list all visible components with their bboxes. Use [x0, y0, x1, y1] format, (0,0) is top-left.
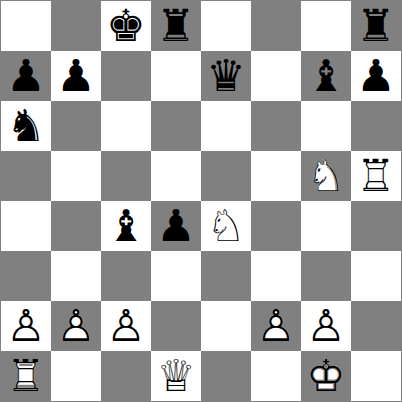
piece-white-pawn[interactable]: ♟♙ — [51, 301, 101, 351]
piece-outline: ♙ — [101, 301, 151, 351]
square-b6[interactable] — [51, 101, 101, 151]
piece-black-pawn[interactable]: ♟ — [351, 51, 401, 101]
piece-white-rook[interactable]: ♜♖ — [1, 351, 51, 401]
square-g5[interactable]: ♞♘ — [301, 151, 351, 201]
square-c5[interactable] — [101, 151, 151, 201]
piece-fill: ♞ — [1, 101, 51, 151]
square-c1[interactable] — [101, 351, 151, 401]
square-f2[interactable]: ♟♙ — [251, 301, 301, 351]
piece-white-knight[interactable]: ♞♘ — [301, 151, 351, 201]
piece-fill: ♟ — [351, 51, 401, 101]
piece-outline: ♘ — [301, 151, 351, 201]
chess-board: ♚♜♜♟♟♛♝♟♞♞♘♜♖♝♟♞♘♟♙♟♙♟♙♟♙♟♙♜♖♛♕♚♔ — [0, 0, 402, 402]
piece-black-pawn[interactable]: ♟ — [51, 51, 101, 101]
square-f8[interactable] — [251, 1, 301, 51]
square-g4[interactable] — [301, 201, 351, 251]
square-h6[interactable] — [351, 101, 401, 151]
piece-outline: ♙ — [51, 301, 101, 351]
piece-fill: ♛ — [201, 51, 251, 101]
square-f4[interactable] — [251, 201, 301, 251]
square-a7[interactable]: ♟ — [1, 51, 51, 101]
square-c4[interactable]: ♝ — [101, 201, 151, 251]
piece-black-bishop[interactable]: ♝ — [101, 201, 151, 251]
square-h2[interactable] — [351, 301, 401, 351]
square-d5[interactable] — [151, 151, 201, 201]
square-b7[interactable]: ♟ — [51, 51, 101, 101]
piece-outline: ♙ — [301, 301, 351, 351]
square-g8[interactable] — [301, 1, 351, 51]
piece-black-king[interactable]: ♚ — [101, 1, 151, 51]
square-b2[interactable]: ♟♙ — [51, 301, 101, 351]
square-e3[interactable] — [201, 251, 251, 301]
square-e7[interactable]: ♛ — [201, 51, 251, 101]
square-h1[interactable] — [351, 351, 401, 401]
square-c2[interactable]: ♟♙ — [101, 301, 151, 351]
piece-black-pawn[interactable]: ♟ — [151, 201, 201, 251]
square-g6[interactable] — [301, 101, 351, 151]
piece-white-pawn[interactable]: ♟♙ — [301, 301, 351, 351]
piece-outline: ♖ — [351, 151, 401, 201]
square-a3[interactable] — [1, 251, 51, 301]
square-a4[interactable] — [1, 201, 51, 251]
square-b3[interactable] — [51, 251, 101, 301]
square-d7[interactable] — [151, 51, 201, 101]
piece-white-rook[interactable]: ♜♖ — [351, 151, 401, 201]
square-a2[interactable]: ♟♙ — [1, 301, 51, 351]
piece-fill: ♜ — [151, 1, 201, 51]
piece-fill: ♜ — [351, 1, 401, 51]
piece-outline: ♕ — [151, 351, 201, 401]
piece-fill: ♚ — [101, 1, 151, 51]
piece-outline: ♘ — [201, 201, 251, 251]
square-c6[interactable] — [101, 101, 151, 151]
square-g1[interactable]: ♚♔ — [301, 351, 351, 401]
piece-fill: ♟ — [51, 51, 101, 101]
square-a1[interactable]: ♜♖ — [1, 351, 51, 401]
square-d4[interactable]: ♟ — [151, 201, 201, 251]
square-g2[interactable]: ♟♙ — [301, 301, 351, 351]
piece-white-pawn[interactable]: ♟♙ — [1, 301, 51, 351]
piece-fill: ♟ — [1, 51, 51, 101]
square-c3[interactable] — [101, 251, 151, 301]
square-h5[interactable]: ♜♖ — [351, 151, 401, 201]
piece-outline: ♙ — [251, 301, 301, 351]
piece-black-bishop[interactable]: ♝ — [301, 51, 351, 101]
piece-fill: ♝ — [301, 51, 351, 101]
square-b1[interactable] — [51, 351, 101, 401]
square-d2[interactable] — [151, 301, 201, 351]
piece-fill: ♝ — [101, 201, 151, 251]
piece-outline: ♙ — [1, 301, 51, 351]
square-h3[interactable] — [351, 251, 401, 301]
square-e4[interactable]: ♞♘ — [201, 201, 251, 251]
square-f3[interactable] — [251, 251, 301, 301]
square-e2[interactable] — [201, 301, 251, 351]
piece-black-queen[interactable]: ♛ — [201, 51, 251, 101]
square-a6[interactable]: ♞ — [1, 101, 51, 151]
square-h4[interactable] — [351, 201, 401, 251]
piece-black-rook[interactable]: ♜ — [351, 1, 401, 51]
square-b5[interactable] — [51, 151, 101, 201]
piece-outline: ♖ — [1, 351, 51, 401]
square-c8[interactable]: ♚ — [101, 1, 151, 51]
square-a8[interactable] — [1, 1, 51, 51]
square-d1[interactable]: ♛♕ — [151, 351, 201, 401]
piece-white-pawn[interactable]: ♟♙ — [251, 301, 301, 351]
square-c7[interactable] — [101, 51, 151, 101]
square-e8[interactable] — [201, 1, 251, 51]
square-a5[interactable] — [1, 151, 51, 201]
square-f7[interactable] — [251, 51, 301, 101]
square-f5[interactable] — [251, 151, 301, 201]
square-f1[interactable] — [251, 351, 301, 401]
square-f6[interactable] — [251, 101, 301, 151]
piece-white-king[interactable]: ♚♔ — [301, 351, 351, 401]
square-g7[interactable]: ♝ — [301, 51, 351, 101]
square-d6[interactable] — [151, 101, 201, 151]
square-e5[interactable] — [201, 151, 251, 201]
square-d3[interactable] — [151, 251, 201, 301]
square-h7[interactable]: ♟ — [351, 51, 401, 101]
piece-fill: ♟ — [151, 201, 201, 251]
square-e1[interactable] — [201, 351, 251, 401]
piece-white-queen[interactable]: ♛♕ — [151, 351, 201, 401]
square-d8[interactable]: ♜ — [151, 1, 201, 51]
piece-white-knight[interactable]: ♞♘ — [201, 201, 251, 251]
piece-black-knight[interactable]: ♞ — [1, 101, 51, 151]
square-e6[interactable] — [201, 101, 251, 151]
square-g3[interactable] — [301, 251, 351, 301]
piece-black-rook[interactable]: ♜ — [151, 1, 201, 51]
chess-board-container: ♚♜♜♟♟♛♝♟♞♞♘♜♖♝♟♞♘♟♙♟♙♟♙♟♙♟♙♜♖♛♕♚♔ — [0, 0, 402, 402]
piece-outline: ♔ — [301, 351, 351, 401]
square-b8[interactable] — [51, 1, 101, 51]
piece-black-pawn[interactable]: ♟ — [1, 51, 51, 101]
square-b4[interactable] — [51, 201, 101, 251]
piece-white-pawn[interactable]: ♟♙ — [101, 301, 151, 351]
square-h8[interactable]: ♜ — [351, 1, 401, 51]
